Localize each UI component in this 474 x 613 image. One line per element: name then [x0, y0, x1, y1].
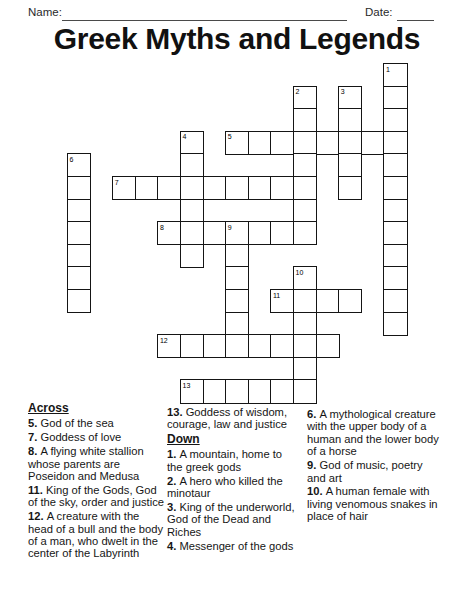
clue-number: 2. [167, 475, 179, 487]
cell-number-2: 2 [294, 87, 316, 96]
cell-number-4: 4 [181, 132, 203, 141]
grid-cell-r11-c7[interactable] [225, 312, 249, 336]
grid-cell-r5-c2[interactable]: 7 [112, 176, 136, 200]
grid-cell-r8-c7[interactable] [225, 244, 249, 268]
grid-cell-r6-c5[interactable] [180, 199, 204, 223]
grid-cell-r3-c12[interactable] [338, 131, 362, 155]
clue-10: 10. A human female with living venomous … [307, 485, 441, 522]
clue-number: 10. [307, 485, 326, 497]
grid-cell-r12-c11[interactable] [316, 334, 340, 358]
grid-cell-r11-c14[interactable] [383, 312, 407, 336]
grid-cell-r2-c14[interactable] [383, 108, 407, 132]
clue-number: 7. [28, 431, 40, 443]
grid-cell-r3-c7[interactable]: 5 [225, 131, 249, 155]
grid-cell-r7-c9[interactable] [270, 221, 294, 245]
cell-number-1: 1 [384, 64, 406, 73]
clue-3: 3. King of the underworld, God of the De… [167, 501, 299, 538]
grid-cell-r5-c10[interactable] [293, 176, 317, 200]
clues-column-down: 6. A mythological creature with the uppe… [307, 408, 441, 524]
grid-cell-r7-c6[interactable] [203, 221, 227, 245]
worksheet-page: Name: Date: Greek Myths and Legends 1234… [0, 0, 474, 613]
grid-cell-r1-c10[interactable]: 2 [293, 86, 317, 110]
grid-cell-r3-c14[interactable] [383, 131, 407, 155]
clue-number: 4. [167, 540, 179, 552]
clue-13: 13. Goddess of wisdom, courage, law and … [167, 406, 299, 431]
clue-4: 4. Messenger of the gods [167, 540, 299, 552]
grid-cell-r8-c14[interactable] [383, 244, 407, 268]
grid-cell-r5-c14[interactable] [383, 176, 407, 200]
grid-cell-r7-c4[interactable]: 8 [157, 221, 181, 245]
clue-1: 1. A mountain, home to the greek gods [167, 448, 299, 473]
clue-8: 8. A flying white stallion whose parents… [28, 445, 167, 482]
clue-6: 6. A mythological creature with the uppe… [307, 408, 441, 458]
grid-cell-r11-c10[interactable] [293, 312, 317, 336]
grid-cell-r7-c7[interactable]: 9 [225, 221, 249, 245]
grid-cell-r12-c5[interactable] [180, 334, 204, 358]
grid-cell-r9-c10[interactable]: 10 [293, 266, 317, 290]
crossword-grid: 12345678910111213 [67, 63, 407, 403]
grid-cell-r9-c14[interactable] [383, 266, 407, 290]
grid-cell-r14-c10[interactable] [293, 379, 317, 403]
name-field-line[interactable] [62, 5, 347, 21]
grid-cell-r3-c13[interactable] [361, 131, 385, 155]
grid-cell-r7-c10[interactable] [293, 221, 317, 245]
grid-cell-r9-c0[interactable] [67, 266, 91, 290]
grid-cell-r10-c12[interactable] [338, 289, 362, 313]
grid-cell-r6-c0[interactable] [67, 199, 91, 223]
grid-cell-r13-c10[interactable] [293, 357, 317, 381]
clue-number: 12. [28, 510, 47, 522]
grid-cell-r7-c5[interactable] [180, 221, 204, 245]
grid-cell-r10-c9[interactable]: 11 [270, 289, 294, 313]
grid-cell-r5-c9[interactable] [270, 176, 294, 200]
grid-cell-r7-c8[interactable] [248, 221, 272, 245]
clue-number: 11. [28, 484, 46, 496]
grid-cell-r14-c7[interactable] [225, 379, 249, 403]
grid-cell-r14-c9[interactable] [270, 379, 294, 403]
grid-cell-r8-c0[interactable] [67, 244, 91, 268]
clue-number: 6. [307, 408, 319, 420]
grid-cell-r9-c7[interactable] [225, 266, 249, 290]
cell-number-11: 11 [271, 290, 293, 299]
grid-cell-r5-c0[interactable] [67, 176, 91, 200]
grid-cell-r12-c4[interactable]: 12 [157, 334, 181, 358]
clue-5: 5. God of the sea [28, 417, 167, 429]
cell-number-9: 9 [226, 222, 248, 231]
cell-number-7: 7 [113, 177, 135, 186]
grid-cell-r3-c9[interactable] [270, 131, 294, 155]
grid-cell-r14-c8[interactable] [248, 379, 272, 403]
clue-11: 11. King of the Gods, God of the sky, or… [28, 484, 167, 509]
grid-cell-r7-c0[interactable] [67, 221, 91, 245]
grid-cell-r5-c8[interactable] [248, 176, 272, 200]
cell-number-12: 12 [158, 335, 180, 344]
grid-cell-r12-c9[interactable] [270, 334, 294, 358]
clue-7: 7. Goddess of love [28, 431, 167, 443]
grid-cell-r14-c6[interactable] [203, 379, 227, 403]
clue-2: 2. A hero who killed the minotaur [167, 475, 299, 500]
grid-cell-r12-c10[interactable] [293, 334, 317, 358]
grid-cell-r3-c5[interactable]: 4 [180, 131, 204, 155]
grid-cell-r1-c14[interactable] [383, 86, 407, 110]
clue-number: 8. [28, 445, 40, 457]
grid-cell-r4-c5[interactable] [180, 153, 204, 177]
grid-cell-r12-c7[interactable] [225, 334, 249, 358]
clue-number: 13. [167, 406, 186, 418]
name-label: Name: [28, 6, 62, 18]
grid-cell-r10-c0[interactable] [67, 289, 91, 313]
grid-cell-r12-c8[interactable] [248, 334, 272, 358]
clues-column-middle: 13. Goddess of wisdom, courage, law and … [167, 406, 299, 553]
cell-number-8: 8 [158, 222, 180, 231]
grid-cell-r10-c7[interactable] [225, 289, 249, 313]
grid-cell-r5-c6[interactable] [203, 176, 227, 200]
clue-number: 5. [28, 417, 40, 429]
grid-cell-r2-c10[interactable] [293, 108, 317, 132]
date-field-line[interactable] [397, 5, 434, 21]
grid-cell-r5-c12[interactable] [338, 176, 362, 200]
grid-cell-r10-c11[interactable] [316, 289, 340, 313]
grid-cell-r4-c12[interactable] [338, 153, 362, 177]
grid-cell-r3-c11[interactable] [316, 131, 340, 155]
grid-cell-r7-c14[interactable] [383, 221, 407, 245]
grid-cell-r8-c5[interactable] [180, 244, 204, 268]
grid-cell-r4-c14[interactable] [383, 153, 407, 177]
grid-cell-r10-c10[interactable] [293, 289, 317, 313]
clue-12: 12. A creature with the head of a bull a… [28, 510, 167, 560]
date-label: Date: [365, 6, 393, 18]
clue-number: 1. [167, 448, 179, 460]
grid-cell-r4-c10[interactable] [293, 153, 317, 177]
grid-cell-r3-c10[interactable] [293, 131, 317, 155]
grid-cell-r4-c0[interactable]: 6 [67, 153, 91, 177]
grid-cell-r5-c3[interactable] [135, 176, 159, 200]
cell-number-5: 5 [226, 132, 248, 141]
page-title: Greek Myths and Legends [0, 22, 474, 56]
across-heading: Across [28, 402, 167, 414]
cell-number-3: 3 [339, 87, 361, 96]
grid-cell-r0-c14[interactable]: 1 [383, 63, 407, 87]
cell-number-10: 10 [294, 267, 316, 276]
clue-number: 3. [167, 501, 179, 513]
grid-cell-r5-c5[interactable] [180, 176, 204, 200]
grid-cell-r6-c10[interactable] [293, 199, 317, 223]
grid-cell-r5-c4[interactable] [157, 176, 181, 200]
clue-number: 9. [307, 459, 319, 471]
grid-cell-r12-c6[interactable] [203, 334, 227, 358]
grid-cell-r6-c14[interactable] [383, 199, 407, 223]
cell-number-13: 13 [181, 380, 203, 389]
grid-cell-r14-c5[interactable]: 13 [180, 379, 204, 403]
clues-column-across: Across5. God of the sea7. Goddess of lov… [28, 402, 167, 561]
grid-cell-r3-c8[interactable] [248, 131, 272, 155]
grid-cell-r1-c12[interactable]: 3 [338, 86, 362, 110]
grid-cell-r2-c12[interactable] [338, 108, 362, 132]
grid-cell-r10-c14[interactable] [383, 289, 407, 313]
clue-9: 9. God of music, poetry and art [307, 459, 441, 484]
down-heading: Down [167, 433, 299, 445]
cell-number-6: 6 [68, 154, 90, 163]
grid-cell-r5-c7[interactable] [225, 176, 249, 200]
